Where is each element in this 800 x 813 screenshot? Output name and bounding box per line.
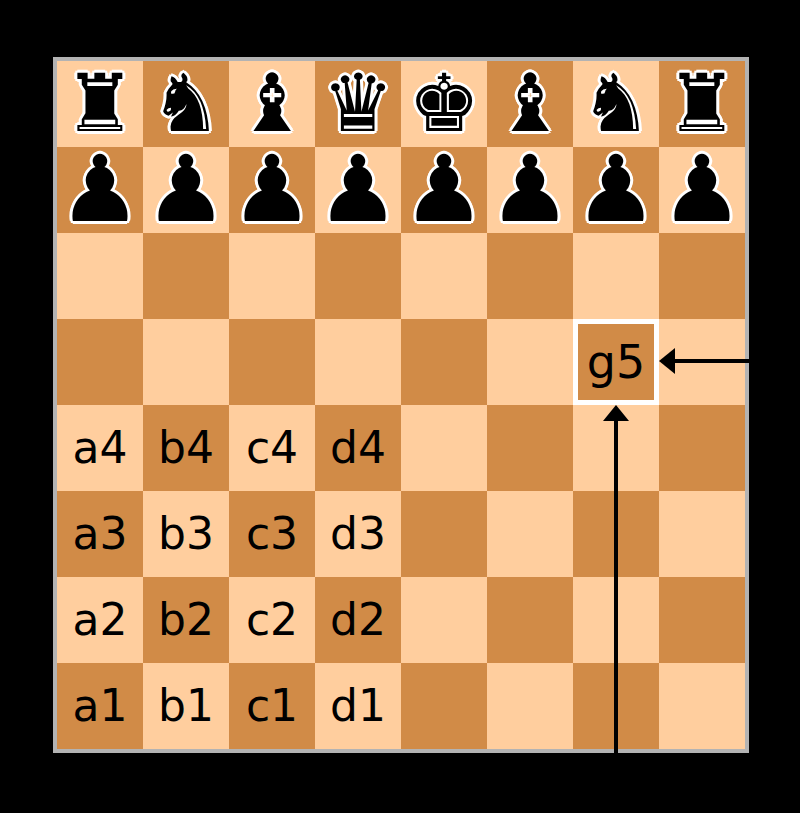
square-f3[interactable] xyxy=(487,491,573,577)
arrow-to-g5-from-right-shaft xyxy=(673,359,800,363)
square-label-c4: c4 xyxy=(246,426,298,470)
piece-black-king-e8: ♚ xyxy=(408,61,480,147)
square-g5[interactable]: g5 xyxy=(573,319,659,405)
square-label-c2: c2 xyxy=(246,598,298,642)
piece-black-pawn-h7: ♟ xyxy=(661,147,743,233)
square-d3[interactable]: d3 xyxy=(315,491,401,577)
square-d4[interactable]: d4 xyxy=(315,405,401,491)
square-c8[interactable]: ♝ xyxy=(229,61,315,147)
square-a3[interactable]: a3 xyxy=(57,491,143,577)
square-h2[interactable] xyxy=(659,577,745,663)
square-g7[interactable]: ♟ xyxy=(573,147,659,233)
square-a2[interactable]: a2 xyxy=(57,577,143,663)
square-label-b4: b4 xyxy=(158,426,214,470)
square-e5[interactable] xyxy=(401,319,487,405)
square-e8[interactable]: ♚ xyxy=(401,61,487,147)
square-b2[interactable]: b2 xyxy=(143,577,229,663)
square-f2[interactable] xyxy=(487,577,573,663)
square-e1[interactable] xyxy=(401,663,487,749)
piece-black-pawn-c7: ♟ xyxy=(231,147,313,233)
square-b6[interactable] xyxy=(143,233,229,319)
piece-black-rook-a8: ♜ xyxy=(64,61,136,147)
piece-black-bishop-f8: ♝ xyxy=(494,61,566,147)
square-g6[interactable] xyxy=(573,233,659,319)
square-label-b2: b2 xyxy=(158,598,214,642)
board-frame: ♜♞♝♛♚♝♞♜♟♟♟♟♟♟♟♟g5a4b4c4d4a3b3c3d3a2b2c2… xyxy=(53,57,749,753)
square-label-a1: a1 xyxy=(73,684,128,728)
piece-black-pawn-e7: ♟ xyxy=(403,147,485,233)
piece-black-rook-h8: ♜ xyxy=(666,61,738,147)
square-label-a4: a4 xyxy=(73,426,128,470)
square-label-a2: a2 xyxy=(73,598,128,642)
square-d8[interactable]: ♛ xyxy=(315,61,401,147)
square-a5[interactable] xyxy=(57,319,143,405)
arrow-to-g5-from-bottom-shaft xyxy=(614,419,618,813)
square-label-a3: a3 xyxy=(73,512,128,556)
square-f5[interactable] xyxy=(487,319,573,405)
square-e7[interactable]: ♟ xyxy=(401,147,487,233)
square-e2[interactable] xyxy=(401,577,487,663)
square-b4[interactable]: b4 xyxy=(143,405,229,491)
square-c7[interactable]: ♟ xyxy=(229,147,315,233)
square-c4[interactable]: c4 xyxy=(229,405,315,491)
piece-black-knight-b8: ♞ xyxy=(150,61,222,147)
square-f6[interactable] xyxy=(487,233,573,319)
square-label-d3: d3 xyxy=(330,512,386,556)
square-c6[interactable] xyxy=(229,233,315,319)
piece-black-pawn-b7: ♟ xyxy=(145,147,227,233)
square-d2[interactable]: d2 xyxy=(315,577,401,663)
piece-black-pawn-g7: ♟ xyxy=(575,147,657,233)
square-e6[interactable] xyxy=(401,233,487,319)
square-b1[interactable]: b1 xyxy=(143,663,229,749)
square-label-b3: b3 xyxy=(158,512,214,556)
square-b3[interactable]: b3 xyxy=(143,491,229,577)
square-h1[interactable] xyxy=(659,663,745,749)
piece-black-knight-g8: ♞ xyxy=(580,61,652,147)
chess-diagram: ♜♞♝♛♚♝♞♜♟♟♟♟♟♟♟♟g5a4b4c4d4a3b3c3d3a2b2c2… xyxy=(0,0,800,813)
square-a4[interactable]: a4 xyxy=(57,405,143,491)
square-f4[interactable] xyxy=(487,405,573,491)
piece-black-pawn-d7: ♟ xyxy=(317,147,399,233)
square-d7[interactable]: ♟ xyxy=(315,147,401,233)
square-d6[interactable] xyxy=(315,233,401,319)
square-c2[interactable]: c2 xyxy=(229,577,315,663)
square-e3[interactable] xyxy=(401,491,487,577)
square-f1[interactable] xyxy=(487,663,573,749)
square-d1[interactable]: d1 xyxy=(315,663,401,749)
square-label-b1: b1 xyxy=(158,684,214,728)
chess-board: ♜♞♝♛♚♝♞♜♟♟♟♟♟♟♟♟g5a4b4c4d4a3b3c3d3a2b2c2… xyxy=(57,61,745,749)
square-d5[interactable] xyxy=(315,319,401,405)
square-b7[interactable]: ♟ xyxy=(143,147,229,233)
square-b8[interactable]: ♞ xyxy=(143,61,229,147)
square-b5[interactable] xyxy=(143,319,229,405)
piece-black-pawn-a7: ♟ xyxy=(59,147,141,233)
square-label-c3: c3 xyxy=(246,512,298,556)
square-e4[interactable] xyxy=(401,405,487,491)
piece-black-bishop-c8: ♝ xyxy=(236,61,308,147)
square-a1[interactable]: a1 xyxy=(57,663,143,749)
piece-black-pawn-f7: ♟ xyxy=(489,147,571,233)
highlight-label: g5 xyxy=(587,339,645,385)
square-c5[interactable] xyxy=(229,319,315,405)
square-h8[interactable]: ♜ xyxy=(659,61,745,147)
square-a7[interactable]: ♟ xyxy=(57,147,143,233)
square-label-c1: c1 xyxy=(246,684,298,728)
square-c3[interactable]: c3 xyxy=(229,491,315,577)
square-c1[interactable]: c1 xyxy=(229,663,315,749)
square-f8[interactable]: ♝ xyxy=(487,61,573,147)
piece-black-queen-d8: ♛ xyxy=(322,61,394,147)
square-label-d2: d2 xyxy=(330,598,386,642)
square-f7[interactable]: ♟ xyxy=(487,147,573,233)
square-g8[interactable]: ♞ xyxy=(573,61,659,147)
square-h3[interactable] xyxy=(659,491,745,577)
square-a8[interactable]: ♜ xyxy=(57,61,143,147)
square-a6[interactable] xyxy=(57,233,143,319)
square-h7[interactable]: ♟ xyxy=(659,147,745,233)
square-label-d4: d4 xyxy=(330,426,386,470)
square-h6[interactable] xyxy=(659,233,745,319)
square-h4[interactable] xyxy=(659,405,745,491)
square-label-d1: d1 xyxy=(330,684,386,728)
